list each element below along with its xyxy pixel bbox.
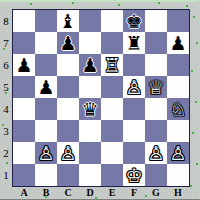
rank-label-4: 4 (0, 98, 12, 120)
square-g6[interactable] (145, 54, 167, 76)
black-rook-icon: ♜ (123, 32, 145, 54)
file-label-b: B (35, 187, 57, 199)
square-g4[interactable] (145, 98, 167, 120)
rank-label-7: 7 (0, 32, 12, 54)
file-label-f: F (123, 187, 145, 199)
square-a7[interactable] (13, 32, 35, 54)
square-e3[interactable] (101, 120, 123, 142)
square-a6[interactable]: ♟ (13, 54, 35, 76)
square-e6[interactable]: ♖ (101, 54, 123, 76)
square-h6[interactable] (167, 54, 189, 76)
square-b2[interactable]: ♙ (35, 142, 57, 164)
white-knight-icon: ♘ (167, 98, 189, 120)
rank-label-2: 2 (0, 142, 12, 164)
black-pawn-icon: ♟ (13, 54, 35, 76)
square-b5[interactable]: ♟ (35, 76, 57, 98)
square-c2[interactable]: ♙ (57, 142, 79, 164)
black-pawn-icon: ♟ (57, 32, 79, 54)
white-pawn-icon: ♙ (167, 142, 189, 164)
square-c8[interactable]: ♝ (57, 10, 79, 32)
white-pawn-icon: ♙ (57, 142, 79, 164)
square-d2[interactable] (79, 142, 101, 164)
square-h4[interactable]: ♘ (167, 98, 189, 120)
square-c7[interactable]: ♟ (57, 32, 79, 54)
square-d1[interactable] (79, 164, 101, 186)
square-a1[interactable] (13, 164, 35, 186)
black-bishop-icon: ♝ (57, 10, 79, 32)
frame-bottom-edge (0, 199, 200, 200)
square-g5[interactable]: ♕ (145, 76, 167, 98)
file-labels: ABCDEFGH (13, 187, 189, 199)
square-g1[interactable] (145, 164, 167, 186)
rank-label-5: 5 (0, 76, 12, 98)
square-d7[interactable] (79, 32, 101, 54)
white-queen-icon: ♕ (145, 76, 167, 98)
square-a3[interactable] (13, 120, 35, 142)
square-h5[interactable] (167, 76, 189, 98)
square-g3[interactable] (145, 120, 167, 142)
rank-label-6: 6 (0, 54, 12, 76)
square-b3[interactable] (35, 120, 57, 142)
square-h7[interactable]: ♟ (167, 32, 189, 54)
white-pawn-icon: ♙ (123, 76, 145, 98)
square-h1[interactable] (167, 164, 189, 186)
square-c4[interactable] (57, 98, 79, 120)
rank-labels: 87654321 (0, 10, 12, 186)
file-label-c: C (57, 187, 79, 199)
file-label-h: H (167, 187, 189, 199)
rank-label-8: 8 (0, 10, 12, 32)
square-f7[interactable]: ♜ (123, 32, 145, 54)
chess-board: ♝♚♟♜♟♟♟♖♟♙♕♛♘♙♙♙♙♔ (12, 9, 190, 187)
square-a2[interactable] (13, 142, 35, 164)
square-c6[interactable] (57, 54, 79, 76)
frame-right-edge (199, 0, 200, 200)
rank-label-1: 1 (0, 164, 12, 186)
square-f8[interactable]: ♚ (123, 10, 145, 32)
square-e1[interactable] (101, 164, 123, 186)
square-h2[interactable]: ♙ (167, 142, 189, 164)
square-d8[interactable] (79, 10, 101, 32)
square-b7[interactable] (35, 32, 57, 54)
square-g2[interactable]: ♙ (145, 142, 167, 164)
square-b8[interactable] (35, 10, 57, 32)
black-pawn-icon: ♟ (167, 32, 189, 54)
square-f2[interactable] (123, 142, 145, 164)
square-e7[interactable] (101, 32, 123, 54)
file-label-d: D (79, 187, 101, 199)
square-e2[interactable] (101, 142, 123, 164)
square-h8[interactable] (167, 10, 189, 32)
black-pawn-icon: ♟ (35, 76, 57, 98)
square-c5[interactable] (57, 76, 79, 98)
square-b1[interactable] (35, 164, 57, 186)
square-e8[interactable] (101, 10, 123, 32)
white-rook-icon: ♖ (101, 54, 123, 76)
white-pawn-icon: ♙ (35, 142, 57, 164)
square-g8[interactable] (145, 10, 167, 32)
square-a5[interactable] (13, 76, 35, 98)
black-queen-icon: ♛ (79, 98, 101, 120)
frame-top-edge (0, 0, 200, 2)
square-e5[interactable] (101, 76, 123, 98)
square-g7[interactable] (145, 32, 167, 54)
square-a4[interactable] (13, 98, 35, 120)
square-f5[interactable]: ♙ (123, 76, 145, 98)
square-f4[interactable] (123, 98, 145, 120)
file-label-a: A (13, 187, 35, 199)
square-a8[interactable] (13, 10, 35, 32)
white-king-icon: ♔ (123, 164, 145, 186)
black-king-icon: ♚ (123, 10, 145, 32)
chess-app-window: 87654321 ♝♚♟♜♟♟♟♖♟♙♕♛♘♙♙♙♙♔ ABCDEFGH (0, 0, 200, 200)
square-b6[interactable] (35, 54, 57, 76)
square-f3[interactable] (123, 120, 145, 142)
rank-label-3: 3 (0, 120, 12, 142)
square-b4[interactable] (35, 98, 57, 120)
square-f1[interactable]: ♔ (123, 164, 145, 186)
square-h3[interactable] (167, 120, 189, 142)
file-label-g: G (145, 187, 167, 199)
black-pawn-icon: ♟ (79, 54, 101, 76)
square-d4[interactable]: ♛ (79, 98, 101, 120)
square-f6[interactable] (123, 54, 145, 76)
frame-speckle-noise (0, 0, 2, 2)
square-d3[interactable] (79, 120, 101, 142)
square-c3[interactable] (57, 120, 79, 142)
file-label-e: E (101, 187, 123, 199)
square-c1[interactable] (57, 164, 79, 186)
white-pawn-icon: ♙ (145, 142, 167, 164)
square-d5[interactable] (79, 76, 101, 98)
square-e4[interactable] (101, 98, 123, 120)
square-d6[interactable]: ♟ (79, 54, 101, 76)
